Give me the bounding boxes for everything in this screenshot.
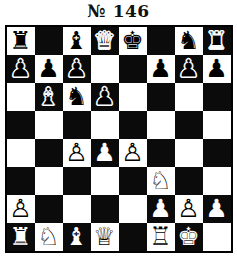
chess-diagram-page: № 146 ♜♝♛♚♞♜♟♟♟♟♟♟♝♞♟♙♟♙♘♙♟♙♟♜♘♝♕♖♚ [0, 0, 237, 261]
square-d5[interactable] [91, 111, 119, 139]
square-c7[interactable]: ♟ [63, 55, 91, 83]
black-bishop: ♝ [65, 27, 87, 55]
white-rook: ♖ [149, 223, 171, 251]
black-knight: ♞ [65, 83, 87, 111]
black-pawn: ♟ [149, 55, 171, 83]
white-pawn: ♙ [121, 139, 143, 167]
square-f5[interactable] [147, 111, 175, 139]
black-bishop: ♝ [37, 83, 59, 111]
square-b8[interactable] [35, 27, 63, 55]
square-b6[interactable]: ♝ [35, 83, 63, 111]
white-pawn: ♙ [65, 139, 87, 167]
square-g6[interactable] [175, 83, 203, 111]
white-knight: ♘ [149, 167, 171, 195]
square-e4[interactable]: ♙ [119, 139, 147, 167]
diagram-number: № 146 [87, 1, 149, 22]
square-d3[interactable] [91, 167, 119, 195]
black-pawn: ♟ [177, 55, 199, 83]
black-knight: ♞ [177, 27, 199, 55]
white-pawn: ♟ [93, 139, 115, 167]
square-h6[interactable] [203, 83, 231, 111]
square-a7[interactable]: ♟ [7, 55, 35, 83]
square-e7[interactable] [119, 55, 147, 83]
black-pawn: ♟ [205, 55, 227, 83]
square-a1[interactable]: ♜ [7, 223, 35, 251]
square-g2[interactable]: ♙ [175, 195, 203, 223]
square-e1[interactable] [119, 223, 147, 251]
square-d2[interactable] [91, 195, 119, 223]
square-c1[interactable]: ♝ [63, 223, 91, 251]
square-b5[interactable] [35, 111, 63, 139]
square-f7[interactable]: ♟ [147, 55, 175, 83]
square-b4[interactable] [35, 139, 63, 167]
square-c5[interactable] [63, 111, 91, 139]
square-c2[interactable] [63, 195, 91, 223]
black-rook: ♜ [9, 27, 31, 55]
square-e8[interactable]: ♚ [119, 27, 147, 55]
white-king: ♚ [177, 223, 199, 251]
black-pawn: ♟ [37, 55, 59, 83]
square-c6[interactable]: ♞ [63, 83, 91, 111]
square-b7[interactable]: ♟ [35, 55, 63, 83]
square-f8[interactable] [147, 27, 175, 55]
square-g3[interactable] [175, 167, 203, 195]
square-c3[interactable] [63, 167, 91, 195]
square-g7[interactable]: ♟ [175, 55, 203, 83]
square-h3[interactable] [203, 167, 231, 195]
white-rook: ♜ [9, 223, 31, 251]
square-h1[interactable] [203, 223, 231, 251]
square-b1[interactable]: ♘ [35, 223, 63, 251]
square-d4[interactable]: ♟ [91, 139, 119, 167]
square-f1[interactable]: ♖ [147, 223, 175, 251]
chess-board: ♜♝♛♚♞♜♟♟♟♟♟♟♝♞♟♙♟♙♘♙♟♙♟♜♘♝♕♖♚ [5, 25, 233, 253]
white-queen: ♕ [93, 223, 115, 251]
square-e6[interactable] [119, 83, 147, 111]
white-pawn: ♙ [9, 195, 31, 223]
square-d6[interactable]: ♟ [91, 83, 119, 111]
square-b2[interactable] [35, 195, 63, 223]
square-d8[interactable]: ♛ [91, 27, 119, 55]
square-e3[interactable] [119, 167, 147, 195]
white-pawn: ♙ [177, 195, 199, 223]
black-queen: ♛ [93, 27, 115, 55]
square-a5[interactable] [7, 111, 35, 139]
white-pawn: ♟ [205, 195, 227, 223]
square-b3[interactable] [35, 167, 63, 195]
square-h8[interactable]: ♜ [203, 27, 231, 55]
square-h2[interactable]: ♟ [203, 195, 231, 223]
square-a6[interactable] [7, 83, 35, 111]
black-pawn: ♟ [93, 83, 115, 111]
square-h4[interactable] [203, 139, 231, 167]
square-a4[interactable] [7, 139, 35, 167]
square-a8[interactable]: ♜ [7, 27, 35, 55]
square-h5[interactable] [203, 111, 231, 139]
square-f3[interactable]: ♘ [147, 167, 175, 195]
black-king: ♚ [121, 27, 143, 55]
white-pawn: ♟ [149, 195, 171, 223]
square-e2[interactable] [119, 195, 147, 223]
square-a3[interactable] [7, 167, 35, 195]
square-f6[interactable] [147, 83, 175, 111]
square-d1[interactable]: ♕ [91, 223, 119, 251]
square-d7[interactable] [91, 55, 119, 83]
square-g4[interactable] [175, 139, 203, 167]
square-c8[interactable]: ♝ [63, 27, 91, 55]
square-g1[interactable]: ♚ [175, 223, 203, 251]
black-pawn: ♟ [9, 55, 31, 83]
square-e5[interactable] [119, 111, 147, 139]
white-knight: ♘ [37, 223, 59, 251]
square-c4[interactable]: ♙ [63, 139, 91, 167]
black-rook: ♜ [205, 27, 227, 55]
square-g5[interactable] [175, 111, 203, 139]
black-pawn: ♟ [65, 55, 87, 83]
square-g8[interactable]: ♞ [175, 27, 203, 55]
white-bishop: ♝ [65, 223, 87, 251]
square-h7[interactable]: ♟ [203, 55, 231, 83]
square-a2[interactable]: ♙ [7, 195, 35, 223]
square-f4[interactable] [147, 139, 175, 167]
square-f2[interactable]: ♟ [147, 195, 175, 223]
